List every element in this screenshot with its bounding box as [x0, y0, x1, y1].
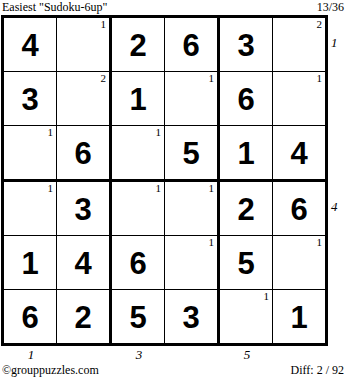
pencil-mark: 1	[209, 182, 215, 195]
cell-r1c1[interactable]: 4	[4, 18, 57, 72]
cell-value: 5	[129, 300, 146, 333]
pencil-mark: 1	[264, 290, 270, 303]
cell-r3c3[interactable]: 1	[112, 126, 165, 182]
pencil-mark: 2	[101, 72, 107, 85]
cell-r1c3[interactable]: 2	[112, 18, 165, 72]
cell-r2c6[interactable]: 1	[273, 72, 325, 126]
cell-r6c4[interactable]: 3	[165, 290, 220, 343]
pencil-mark: 1	[101, 18, 107, 31]
pencil-mark: 1	[209, 236, 215, 249]
cell-value: 3	[21, 82, 38, 115]
cell-value: 3	[237, 28, 254, 61]
cell-r2c4[interactable]: 1	[165, 72, 220, 126]
cell-value: 1	[237, 136, 254, 169]
cell-value: 3	[182, 300, 199, 333]
puzzle-title: Easiest "Sudoku-6up"	[2, 0, 107, 14]
row-label-1: 1	[331, 36, 338, 49]
cell-r1c4[interactable]: 6	[165, 18, 220, 72]
col-label-3: 3	[112, 348, 166, 361]
cell-value: 6	[129, 246, 146, 279]
cell-r2c1[interactable]: 3	[4, 72, 57, 126]
cell-r3c6[interactable]: 4	[273, 126, 325, 182]
cell-r3c2[interactable]: 6	[57, 126, 112, 182]
row-label-4: 4	[331, 200, 338, 213]
cell-value: 6	[290, 192, 307, 225]
pencil-mark: 1	[317, 72, 323, 85]
pencil-mark: 1	[156, 126, 162, 139]
cell-r1c2[interactable]: 1	[57, 18, 112, 72]
cell-r4c1[interactable]: 1	[4, 182, 57, 236]
cell-value: 6	[21, 300, 38, 333]
cell-r3c4[interactable]: 5	[165, 126, 220, 182]
col-label-1: 1	[4, 348, 58, 361]
sudoku-board: 412632321161161514131126146151625311	[1, 15, 328, 346]
cell-r5c1[interactable]: 1	[4, 236, 57, 290]
cell-r5c4[interactable]: 1	[165, 236, 220, 290]
cell-r3c1[interactable]: 1	[4, 126, 57, 182]
cell-value: 2	[129, 28, 146, 61]
cell-r1c5[interactable]: 3	[220, 18, 273, 72]
cell-value: 2	[74, 300, 91, 333]
header: Easiest "Sudoku-6up" 13/36	[2, 0, 344, 14]
difficulty-text: Diff: 2 / 92	[291, 363, 344, 377]
cell-r5c6[interactable]: 1	[273, 236, 325, 290]
cell-value: 1	[290, 300, 307, 333]
cell-r6c3[interactable]: 5	[112, 290, 165, 343]
cell-value: 6	[182, 28, 199, 61]
col-label-5: 5	[220, 348, 274, 361]
cell-r2c3[interactable]: 1	[112, 72, 165, 126]
pencil-mark: 1	[48, 182, 54, 195]
cell-value: 5	[237, 246, 254, 279]
cell-r4c6[interactable]: 6	[273, 182, 325, 236]
pencil-mark: 1	[156, 182, 162, 195]
cell-value: 2	[237, 192, 254, 225]
cell-r2c2[interactable]: 2	[57, 72, 112, 126]
cell-r1c6[interactable]: 2	[273, 18, 325, 72]
cell-r2c5[interactable]: 6	[220, 72, 273, 126]
cell-r4c2[interactable]: 3	[57, 182, 112, 236]
pencil-mark: 1	[317, 236, 323, 249]
cell-r5c5[interactable]: 5	[220, 236, 273, 290]
pencil-mark: 2	[317, 18, 323, 31]
copyright-text: ©grouppuzzles.com	[2, 363, 99, 377]
footer: ©grouppuzzles.com Diff: 2 / 92	[2, 363, 344, 377]
puzzle-counter: 13/36	[317, 0, 344, 14]
cell-r6c6[interactable]: 1	[273, 290, 325, 343]
cell-r5c3[interactable]: 6	[112, 236, 165, 290]
cell-value: 4	[290, 136, 307, 169]
cell-r4c5[interactable]: 2	[220, 182, 273, 236]
cell-value: 1	[21, 246, 38, 279]
cell-r6c2[interactable]: 2	[57, 290, 112, 343]
cell-value: 4	[21, 28, 38, 61]
cell-value: 6	[237, 82, 254, 115]
cell-r5c2[interactable]: 4	[57, 236, 112, 290]
cell-value: 3	[74, 192, 91, 225]
cell-r3c5[interactable]: 1	[220, 126, 273, 182]
cell-r4c3[interactable]: 1	[112, 182, 165, 236]
cell-value: 6	[74, 136, 91, 169]
pencil-mark: 1	[209, 72, 215, 85]
cell-value: 4	[74, 246, 91, 279]
cell-r6c5[interactable]: 1	[220, 290, 273, 343]
cell-value: 1	[129, 82, 146, 115]
cell-r6c1[interactable]: 6	[4, 290, 57, 343]
cell-value: 5	[182, 136, 199, 169]
pencil-mark: 1	[48, 126, 54, 139]
cell-r4c4[interactable]: 1	[165, 182, 220, 236]
